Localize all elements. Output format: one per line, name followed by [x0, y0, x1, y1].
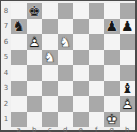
square-e6[interactable] — [73, 34, 89, 50]
square-d3[interactable] — [58, 81, 74, 97]
rank-labels: 87654321 — [1, 3, 11, 127]
square-c7[interactable] — [42, 19, 58, 35]
chess-diagram: 87654321 ♚♞♟♟♟♞♞♝♟♚ abcdefgh — [0, 0, 137, 132]
square-b5[interactable] — [27, 50, 43, 66]
file-label-c: c — [42, 127, 58, 132]
square-f7[interactable] — [89, 19, 105, 35]
square-b7[interactable] — [27, 19, 43, 35]
file-label-f: f — [89, 127, 105, 132]
file-label-d: d — [58, 127, 74, 132]
square-a3[interactable] — [11, 81, 27, 97]
file-label-b: b — [27, 127, 43, 132]
rank-label-2: 2 — [1, 96, 11, 112]
square-b1[interactable] — [27, 112, 43, 128]
square-e7[interactable] — [73, 19, 89, 35]
square-f3[interactable] — [89, 81, 105, 97]
square-d7[interactable] — [58, 19, 74, 35]
square-c3[interactable] — [42, 81, 58, 97]
square-h4[interactable] — [120, 65, 136, 81]
square-g7[interactable]: ♟ — [104, 19, 120, 35]
black-king[interactable]: ♚ — [27, 3, 43, 19]
white-knight[interactable]: ♞ — [42, 50, 58, 66]
rank-label-5: 5 — [1, 50, 11, 66]
file-label-e: e — [73, 127, 89, 132]
square-f1[interactable] — [89, 112, 105, 128]
square-b4[interactable] — [27, 65, 43, 81]
file-label-h: h — [120, 127, 136, 132]
square-e2[interactable] — [73, 96, 89, 112]
square-a6[interactable] — [11, 34, 27, 50]
square-b3[interactable] — [27, 81, 43, 97]
black-pawn[interactable]: ♟ — [120, 19, 136, 35]
white-king[interactable]: ♚ — [104, 112, 120, 128]
square-g8[interactable] — [104, 3, 120, 19]
black-bishop[interactable]: ♝ — [120, 81, 136, 97]
square-e5[interactable] — [73, 50, 89, 66]
square-c4[interactable] — [42, 65, 58, 81]
white-pawn[interactable]: ♟ — [27, 34, 43, 50]
rank-label-8: 8 — [1, 3, 11, 19]
square-c8[interactable] — [42, 3, 58, 19]
rank-label-7: 7 — [1, 19, 11, 35]
rank-label-4: 4 — [1, 65, 11, 81]
square-g1[interactable]: ♚ — [104, 112, 120, 128]
square-f8[interactable] — [89, 3, 105, 19]
square-g2[interactable] — [104, 96, 120, 112]
square-g5[interactable] — [104, 50, 120, 66]
square-a8[interactable] — [11, 3, 27, 19]
square-a4[interactable] — [11, 65, 27, 81]
square-e1[interactable] — [73, 112, 89, 128]
square-h3[interactable]: ♝ — [120, 81, 136, 97]
square-a1[interactable] — [11, 112, 27, 128]
square-h8[interactable] — [120, 3, 136, 19]
square-c2[interactable] — [42, 96, 58, 112]
white-knight[interactable]: ♞ — [58, 34, 74, 50]
square-f5[interactable] — [89, 50, 105, 66]
file-labels: abcdefgh — [11, 127, 135, 132]
square-d2[interactable] — [58, 96, 74, 112]
square-b8[interactable]: ♚ — [27, 3, 43, 19]
square-h2[interactable]: ♟ — [120, 96, 136, 112]
square-g4[interactable] — [104, 65, 120, 81]
square-h7[interactable]: ♟ — [120, 19, 136, 35]
square-d5[interactable] — [58, 50, 74, 66]
square-d1[interactable] — [58, 112, 74, 128]
black-pawn[interactable]: ♟ — [104, 19, 120, 35]
square-h5[interactable] — [120, 50, 136, 66]
square-c1[interactable] — [42, 112, 58, 128]
square-f6[interactable] — [89, 34, 105, 50]
square-e4[interactable] — [73, 65, 89, 81]
square-c5[interactable]: ♞ — [42, 50, 58, 66]
black-knight[interactable]: ♞ — [11, 19, 27, 35]
square-d4[interactable] — [58, 65, 74, 81]
rank-label-1: 1 — [1, 112, 11, 128]
square-d6[interactable]: ♞ — [58, 34, 74, 50]
square-e3[interactable] — [73, 81, 89, 97]
square-g6[interactable] — [104, 34, 120, 50]
rank-label-6: 6 — [1, 34, 11, 50]
file-label-a: a — [11, 127, 27, 132]
square-c6[interactable] — [42, 34, 58, 50]
square-h1[interactable] — [120, 112, 136, 128]
square-b6[interactable]: ♟ — [27, 34, 43, 50]
white-pawn[interactable]: ♟ — [120, 96, 136, 112]
square-f4[interactable] — [89, 65, 105, 81]
square-e8[interactable] — [73, 3, 89, 19]
rank-label-3: 3 — [1, 81, 11, 97]
square-a7[interactable]: ♞ — [11, 19, 27, 35]
square-b2[interactable] — [27, 96, 43, 112]
square-d8[interactable] — [58, 3, 74, 19]
square-a5[interactable] — [11, 50, 27, 66]
square-f2[interactable] — [89, 96, 105, 112]
square-a2[interactable] — [11, 96, 27, 112]
chess-board: ♚♞♟♟♟♞♞♝♟♚ — [11, 3, 135, 127]
square-h6[interactable] — [120, 34, 136, 50]
file-label-g: g — [104, 127, 120, 132]
square-g3[interactable] — [104, 81, 120, 97]
